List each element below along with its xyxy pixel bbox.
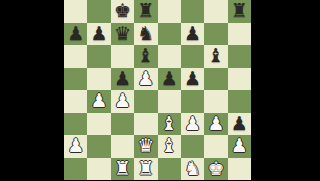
white-pawn-icon: ♟ [137,68,154,89]
black-bishop-icon: ♝ [207,45,224,66]
square-b8[interactable] [87,0,110,23]
white-bishop-icon: ♝ [161,135,178,156]
video-frame: ♚♜♜♟♟♛♞♟♝♝♟♟♟♟♟♟♝♟♟♟♟♛♝♟♜♜♞♚ [0,0,320,180]
square-e4[interactable] [158,90,181,113]
square-h8[interactable]: ♜ [228,0,251,23]
black-rook-icon: ♜ [137,0,154,21]
square-d3[interactable] [134,113,157,136]
square-h6[interactable] [228,45,251,68]
square-b2[interactable] [87,135,110,158]
pillarbox-left [0,0,64,180]
square-d5[interactable]: ♟ [134,68,157,91]
white-pawn-icon: ♟ [114,90,131,111]
white-pawn-icon: ♟ [184,113,201,134]
square-c7[interactable]: ♛ [111,23,134,46]
black-queen-icon: ♛ [114,23,131,44]
square-c4[interactable]: ♟ [111,90,134,113]
square-e1[interactable] [158,158,181,181]
square-c2[interactable] [111,135,134,158]
white-rook-icon: ♜ [114,158,131,179]
square-e7[interactable] [158,23,181,46]
square-g3[interactable]: ♟ [204,113,227,136]
square-f8[interactable] [181,0,204,23]
square-f4[interactable] [181,90,204,113]
square-c3[interactable] [111,113,134,136]
square-d1[interactable]: ♜ [134,158,157,181]
square-a4[interactable] [64,90,87,113]
square-g8[interactable] [204,0,227,23]
square-h4[interactable] [228,90,251,113]
chess-board: ♚♜♜♟♟♛♞♟♝♝♟♟♟♟♟♟♝♟♟♟♟♛♝♟♜♜♞♚ [64,0,251,180]
square-f3[interactable]: ♟ [181,113,204,136]
white-bishop-icon: ♝ [161,113,178,134]
black-knight-icon: ♞ [137,23,154,44]
black-pawn-icon: ♟ [231,113,248,134]
square-g5[interactable] [204,68,227,91]
square-g4[interactable] [204,90,227,113]
square-b7[interactable]: ♟ [87,23,110,46]
square-e5[interactable]: ♟ [158,68,181,91]
white-pawn-icon: ♟ [91,90,108,111]
square-c8[interactable]: ♚ [111,0,134,23]
black-rook-icon: ♜ [231,0,248,21]
square-f1[interactable]: ♞ [181,158,204,181]
square-a2[interactable]: ♟ [64,135,87,158]
square-f6[interactable] [181,45,204,68]
black-king-icon: ♚ [114,0,131,21]
square-a5[interactable] [64,68,87,91]
black-pawn-icon: ♟ [91,23,108,44]
black-pawn-icon: ♟ [67,23,84,44]
square-f7[interactable]: ♟ [181,23,204,46]
square-a1[interactable] [64,158,87,181]
black-bishop-icon: ♝ [137,45,154,66]
square-g2[interactable] [204,135,227,158]
square-a8[interactable] [64,0,87,23]
black-pawn-icon: ♟ [161,68,178,89]
square-e2[interactable]: ♝ [158,135,181,158]
square-b3[interactable] [87,113,110,136]
square-a7[interactable]: ♟ [64,23,87,46]
square-b1[interactable] [87,158,110,181]
square-a6[interactable] [64,45,87,68]
black-pawn-icon: ♟ [184,23,201,44]
square-g6[interactable]: ♝ [204,45,227,68]
square-d4[interactable] [134,90,157,113]
square-b6[interactable] [87,45,110,68]
pillarbox-right [251,0,320,180]
square-b4[interactable]: ♟ [87,90,110,113]
square-g1[interactable]: ♚ [204,158,227,181]
square-h7[interactable] [228,23,251,46]
square-d6[interactable]: ♝ [134,45,157,68]
square-d8[interactable]: ♜ [134,0,157,23]
white-rook-icon: ♜ [137,158,154,179]
square-a3[interactable] [64,113,87,136]
square-h1[interactable] [228,158,251,181]
square-c1[interactable]: ♜ [111,158,134,181]
square-d7[interactable]: ♞ [134,23,157,46]
square-g7[interactable] [204,23,227,46]
square-h5[interactable] [228,68,251,91]
square-c5[interactable]: ♟ [111,68,134,91]
white-knight-icon: ♞ [184,158,201,179]
black-pawn-icon: ♟ [184,68,201,89]
white-pawn-icon: ♟ [67,135,84,156]
square-f2[interactable] [181,135,204,158]
square-h2[interactable]: ♟ [228,135,251,158]
square-e6[interactable] [158,45,181,68]
square-h3[interactable]: ♟ [228,113,251,136]
square-e3[interactable]: ♝ [158,113,181,136]
square-e8[interactable] [158,0,181,23]
white-queen-icon: ♛ [137,135,154,156]
square-c6[interactable] [111,45,134,68]
white-king-icon: ♚ [207,158,224,179]
white-pawn-icon: ♟ [231,135,248,156]
black-pawn-icon: ♟ [114,68,131,89]
square-d2[interactable]: ♛ [134,135,157,158]
white-pawn-icon: ♟ [207,113,224,134]
square-f5[interactable]: ♟ [181,68,204,91]
square-b5[interactable] [87,68,110,91]
